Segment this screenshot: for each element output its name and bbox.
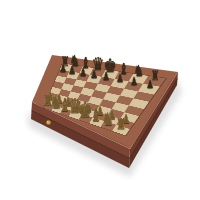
brass-latch-highlight: [47, 121, 48, 122]
brass-latch: [46, 120, 51, 125]
chess-set-photo: ♜♞♝♛♚♝♞♜♟♟♟♟♟♟♟♟♟♟♟♟♟♟♟♟♜♞♝♛♚♝♞♜: [0, 0, 200, 200]
